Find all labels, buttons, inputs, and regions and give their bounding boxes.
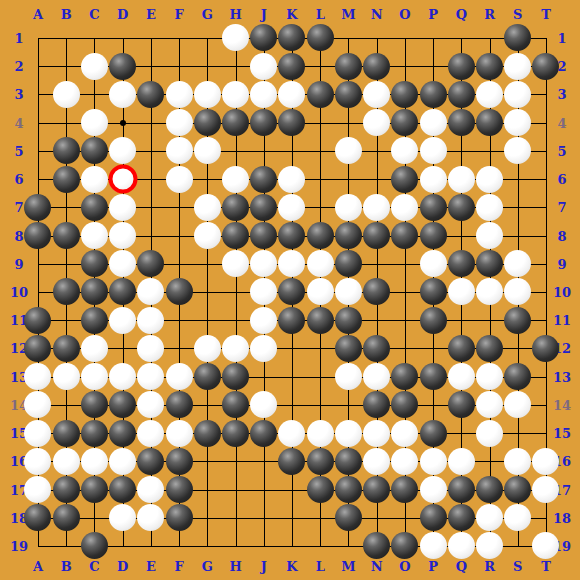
point-O13[interactable]	[391, 363, 419, 391]
point-S5[interactable]	[504, 137, 532, 165]
point-P19[interactable]	[419, 532, 447, 560]
point-R18[interactable]	[475, 504, 503, 532]
point-D2[interactable]	[109, 52, 137, 80]
point-H15[interactable]	[221, 419, 249, 447]
point-N14[interactable]	[363, 391, 391, 419]
point-P4[interactable]	[419, 109, 447, 137]
point-H17[interactable]	[221, 475, 249, 503]
point-P10[interactable]	[419, 278, 447, 306]
point-H4[interactable]	[221, 109, 249, 137]
point-D7[interactable]	[109, 193, 137, 221]
point-D3[interactable]	[109, 80, 137, 108]
point-M3[interactable]	[334, 80, 362, 108]
point-H1[interactable]	[221, 24, 249, 52]
point-F7[interactable]	[165, 193, 193, 221]
point-Q15[interactable]	[447, 419, 475, 447]
point-M9[interactable]	[334, 250, 362, 278]
point-K9[interactable]	[278, 250, 306, 278]
point-M19[interactable]	[334, 532, 362, 560]
point-O11[interactable]	[391, 306, 419, 334]
point-M4[interactable]	[334, 109, 362, 137]
point-Q7[interactable]	[447, 193, 475, 221]
point-Q1[interactable]	[447, 24, 475, 52]
point-A9[interactable]	[24, 250, 52, 278]
point-E6[interactable]	[137, 165, 165, 193]
point-K19[interactable]	[278, 532, 306, 560]
point-G12[interactable]	[193, 334, 221, 362]
point-E8[interactable]	[137, 221, 165, 249]
point-T9[interactable]	[532, 250, 560, 278]
point-T11[interactable]	[532, 306, 560, 334]
point-B14[interactable]	[52, 391, 80, 419]
point-B9[interactable]	[52, 250, 80, 278]
point-L10[interactable]	[306, 278, 334, 306]
point-S1[interactable]	[504, 24, 532, 52]
point-H12[interactable]	[221, 334, 249, 362]
point-D19[interactable]	[109, 532, 137, 560]
point-A1[interactable]	[24, 24, 52, 52]
point-G4[interactable]	[193, 109, 221, 137]
point-R11[interactable]	[475, 306, 503, 334]
point-K5[interactable]	[278, 137, 306, 165]
point-D16[interactable]	[109, 447, 137, 475]
point-E18[interactable]	[137, 504, 165, 532]
point-F1[interactable]	[165, 24, 193, 52]
point-F16[interactable]	[165, 447, 193, 475]
point-H16[interactable]	[221, 447, 249, 475]
point-E12[interactable]	[137, 334, 165, 362]
point-T13[interactable]	[532, 363, 560, 391]
point-T14[interactable]	[532, 391, 560, 419]
point-A8[interactable]	[24, 221, 52, 249]
point-D8[interactable]	[109, 221, 137, 249]
point-O10[interactable]	[391, 278, 419, 306]
point-K17[interactable]	[278, 475, 306, 503]
point-F19[interactable]	[165, 532, 193, 560]
point-K10[interactable]	[278, 278, 306, 306]
point-F11[interactable]	[165, 306, 193, 334]
point-N6[interactable]	[363, 165, 391, 193]
point-D17[interactable]	[109, 475, 137, 503]
point-G1[interactable]	[193, 24, 221, 52]
point-K14[interactable]	[278, 391, 306, 419]
point-O15[interactable]	[391, 419, 419, 447]
point-M15[interactable]	[334, 419, 362, 447]
point-N19[interactable]	[363, 532, 391, 560]
point-T4[interactable]	[532, 109, 560, 137]
point-G2[interactable]	[193, 52, 221, 80]
point-D4[interactable]	[109, 109, 137, 137]
point-E2[interactable]	[137, 52, 165, 80]
point-R12[interactable]	[475, 334, 503, 362]
point-B1[interactable]	[52, 24, 80, 52]
point-E16[interactable]	[137, 447, 165, 475]
point-T19[interactable]	[532, 532, 560, 560]
point-P2[interactable]	[419, 52, 447, 80]
point-C13[interactable]	[80, 363, 108, 391]
point-S14[interactable]	[504, 391, 532, 419]
point-F3[interactable]	[165, 80, 193, 108]
point-B12[interactable]	[52, 334, 80, 362]
point-H8[interactable]	[221, 221, 249, 249]
point-M10[interactable]	[334, 278, 362, 306]
point-K13[interactable]	[278, 363, 306, 391]
point-B8[interactable]	[52, 221, 80, 249]
point-J12[interactable]	[250, 334, 278, 362]
point-S4[interactable]	[504, 109, 532, 137]
point-F18[interactable]	[165, 504, 193, 532]
point-F13[interactable]	[165, 363, 193, 391]
point-D1[interactable]	[109, 24, 137, 52]
point-G16[interactable]	[193, 447, 221, 475]
point-G10[interactable]	[193, 278, 221, 306]
point-N10[interactable]	[363, 278, 391, 306]
point-D10[interactable]	[109, 278, 137, 306]
point-C14[interactable]	[80, 391, 108, 419]
point-T3[interactable]	[532, 80, 560, 108]
point-E1[interactable]	[137, 24, 165, 52]
point-F5[interactable]	[165, 137, 193, 165]
point-P9[interactable]	[419, 250, 447, 278]
point-P14[interactable]	[419, 391, 447, 419]
point-K8[interactable]	[278, 221, 306, 249]
point-P3[interactable]	[419, 80, 447, 108]
point-L17[interactable]	[306, 475, 334, 503]
point-N2[interactable]	[363, 52, 391, 80]
point-L19[interactable]	[306, 532, 334, 560]
point-K3[interactable]	[278, 80, 306, 108]
point-R14[interactable]	[475, 391, 503, 419]
point-Q13[interactable]	[447, 363, 475, 391]
point-P8[interactable]	[419, 221, 447, 249]
point-H2[interactable]	[221, 52, 249, 80]
point-J2[interactable]	[250, 52, 278, 80]
point-T15[interactable]	[532, 419, 560, 447]
point-C18[interactable]	[80, 504, 108, 532]
point-S11[interactable]	[504, 306, 532, 334]
point-Q5[interactable]	[447, 137, 475, 165]
point-H14[interactable]	[221, 391, 249, 419]
point-E5[interactable]	[137, 137, 165, 165]
point-S8[interactable]	[504, 221, 532, 249]
point-F17[interactable]	[165, 475, 193, 503]
point-Q19[interactable]	[447, 532, 475, 560]
point-O14[interactable]	[391, 391, 419, 419]
point-K15[interactable]	[278, 419, 306, 447]
point-G19[interactable]	[193, 532, 221, 560]
point-N18[interactable]	[363, 504, 391, 532]
point-P11[interactable]	[419, 306, 447, 334]
point-Q17[interactable]	[447, 475, 475, 503]
point-C11[interactable]	[80, 306, 108, 334]
point-L12[interactable]	[306, 334, 334, 362]
point-L18[interactable]	[306, 504, 334, 532]
point-Q11[interactable]	[447, 306, 475, 334]
point-B2[interactable]	[52, 52, 80, 80]
point-K12[interactable]	[278, 334, 306, 362]
point-D12[interactable]	[109, 334, 137, 362]
point-R13[interactable]	[475, 363, 503, 391]
point-B15[interactable]	[52, 419, 80, 447]
point-A15[interactable]	[24, 419, 52, 447]
point-A3[interactable]	[24, 80, 52, 108]
point-L15[interactable]	[306, 419, 334, 447]
point-K7[interactable]	[278, 193, 306, 221]
point-J4[interactable]	[250, 109, 278, 137]
point-R9[interactable]	[475, 250, 503, 278]
point-G8[interactable]	[193, 221, 221, 249]
point-P1[interactable]	[419, 24, 447, 52]
point-N15[interactable]	[363, 419, 391, 447]
point-A14[interactable]	[24, 391, 52, 419]
point-J7[interactable]	[250, 193, 278, 221]
point-K11[interactable]	[278, 306, 306, 334]
point-J14[interactable]	[250, 391, 278, 419]
point-N4[interactable]	[363, 109, 391, 137]
point-H10[interactable]	[221, 278, 249, 306]
point-O7[interactable]	[391, 193, 419, 221]
point-M5[interactable]	[334, 137, 362, 165]
point-A2[interactable]	[24, 52, 52, 80]
point-H18[interactable]	[221, 504, 249, 532]
point-M18[interactable]	[334, 504, 362, 532]
point-F14[interactable]	[165, 391, 193, 419]
point-A4[interactable]	[24, 109, 52, 137]
point-A16[interactable]	[24, 447, 52, 475]
point-J19[interactable]	[250, 532, 278, 560]
point-N8[interactable]	[363, 221, 391, 249]
point-J16[interactable]	[250, 447, 278, 475]
point-J6[interactable]	[250, 165, 278, 193]
point-N1[interactable]	[363, 24, 391, 52]
point-J3[interactable]	[250, 80, 278, 108]
point-R17[interactable]	[475, 475, 503, 503]
point-O8[interactable]	[391, 221, 419, 249]
point-S6[interactable]	[504, 165, 532, 193]
point-N17[interactable]	[363, 475, 391, 503]
point-B17[interactable]	[52, 475, 80, 503]
point-P7[interactable]	[419, 193, 447, 221]
point-A13[interactable]	[24, 363, 52, 391]
point-E7[interactable]	[137, 193, 165, 221]
point-F15[interactable]	[165, 419, 193, 447]
point-M13[interactable]	[334, 363, 362, 391]
point-S17[interactable]	[504, 475, 532, 503]
point-B19[interactable]	[52, 532, 80, 560]
point-N7[interactable]	[363, 193, 391, 221]
point-P5[interactable]	[419, 137, 447, 165]
point-G17[interactable]	[193, 475, 221, 503]
point-J10[interactable]	[250, 278, 278, 306]
point-Q10[interactable]	[447, 278, 475, 306]
point-N13[interactable]	[363, 363, 391, 391]
point-T18[interactable]	[532, 504, 560, 532]
point-J18[interactable]	[250, 504, 278, 532]
point-H19[interactable]	[221, 532, 249, 560]
point-C4[interactable]	[80, 109, 108, 137]
point-S3[interactable]	[504, 80, 532, 108]
point-J1[interactable]	[250, 24, 278, 52]
point-A6[interactable]	[24, 165, 52, 193]
point-J17[interactable]	[250, 475, 278, 503]
point-C17[interactable]	[80, 475, 108, 503]
point-L8[interactable]	[306, 221, 334, 249]
point-M17[interactable]	[334, 475, 362, 503]
point-R5[interactable]	[475, 137, 503, 165]
point-R6[interactable]	[475, 165, 503, 193]
point-C7[interactable]	[80, 193, 108, 221]
point-T12[interactable]	[532, 334, 560, 362]
point-J9[interactable]	[250, 250, 278, 278]
point-S10[interactable]	[504, 278, 532, 306]
point-G11[interactable]	[193, 306, 221, 334]
point-F8[interactable]	[165, 221, 193, 249]
point-M1[interactable]	[334, 24, 362, 52]
point-G15[interactable]	[193, 419, 221, 447]
point-P16[interactable]	[419, 447, 447, 475]
point-D11[interactable]	[109, 306, 137, 334]
point-E10[interactable]	[137, 278, 165, 306]
point-B10[interactable]	[52, 278, 80, 306]
point-R16[interactable]	[475, 447, 503, 475]
point-C12[interactable]	[80, 334, 108, 362]
point-K4[interactable]	[278, 109, 306, 137]
point-S15[interactable]	[504, 419, 532, 447]
point-M11[interactable]	[334, 306, 362, 334]
point-J13[interactable]	[250, 363, 278, 391]
point-H7[interactable]	[221, 193, 249, 221]
point-C9[interactable]	[80, 250, 108, 278]
point-G3[interactable]	[193, 80, 221, 108]
point-Q18[interactable]	[447, 504, 475, 532]
point-E4[interactable]	[137, 109, 165, 137]
point-R1[interactable]	[475, 24, 503, 52]
point-T10[interactable]	[532, 278, 560, 306]
point-P13[interactable]	[419, 363, 447, 391]
point-C2[interactable]	[80, 52, 108, 80]
point-B6[interactable]	[52, 165, 80, 193]
point-O4[interactable]	[391, 109, 419, 137]
point-D15[interactable]	[109, 419, 137, 447]
point-J11[interactable]	[250, 306, 278, 334]
point-H13[interactable]	[221, 363, 249, 391]
point-L3[interactable]	[306, 80, 334, 108]
point-B7[interactable]	[52, 193, 80, 221]
point-B5[interactable]	[52, 137, 80, 165]
point-H9[interactable]	[221, 250, 249, 278]
point-S2[interactable]	[504, 52, 532, 80]
point-A17[interactable]	[24, 475, 52, 503]
point-G18[interactable]	[193, 504, 221, 532]
point-B16[interactable]	[52, 447, 80, 475]
point-L16[interactable]	[306, 447, 334, 475]
point-H6[interactable]	[221, 165, 249, 193]
point-T16[interactable]	[532, 447, 560, 475]
point-R10[interactable]	[475, 278, 503, 306]
point-Q9[interactable]	[447, 250, 475, 278]
point-S13[interactable]	[504, 363, 532, 391]
point-M6[interactable]	[334, 165, 362, 193]
point-D9[interactable]	[109, 250, 137, 278]
point-S16[interactable]	[504, 447, 532, 475]
point-T8[interactable]	[532, 221, 560, 249]
point-M12[interactable]	[334, 334, 362, 362]
point-E11[interactable]	[137, 306, 165, 334]
point-J5[interactable]	[250, 137, 278, 165]
point-R19[interactable]	[475, 532, 503, 560]
point-B18[interactable]	[52, 504, 80, 532]
point-F2[interactable]	[165, 52, 193, 80]
point-J8[interactable]	[250, 221, 278, 249]
point-L1[interactable]	[306, 24, 334, 52]
point-R7[interactable]	[475, 193, 503, 221]
point-F6[interactable]	[165, 165, 193, 193]
point-R2[interactable]	[475, 52, 503, 80]
point-S12[interactable]	[504, 334, 532, 362]
point-H3[interactable]	[221, 80, 249, 108]
point-O2[interactable]	[391, 52, 419, 80]
point-G7[interactable]	[193, 193, 221, 221]
point-T5[interactable]	[532, 137, 560, 165]
point-M14[interactable]	[334, 391, 362, 419]
point-T1[interactable]	[532, 24, 560, 52]
point-L9[interactable]	[306, 250, 334, 278]
point-P6[interactable]	[419, 165, 447, 193]
point-E9[interactable]	[137, 250, 165, 278]
point-A10[interactable]	[24, 278, 52, 306]
point-S7[interactable]	[504, 193, 532, 221]
point-N9[interactable]	[363, 250, 391, 278]
point-L7[interactable]	[306, 193, 334, 221]
point-O12[interactable]	[391, 334, 419, 362]
point-C19[interactable]	[80, 532, 108, 560]
point-G6[interactable]	[193, 165, 221, 193]
point-E15[interactable]	[137, 419, 165, 447]
point-S18[interactable]	[504, 504, 532, 532]
point-E14[interactable]	[137, 391, 165, 419]
point-Q6[interactable]	[447, 165, 475, 193]
point-L5[interactable]	[306, 137, 334, 165]
point-D18[interactable]	[109, 504, 137, 532]
point-N5[interactable]	[363, 137, 391, 165]
point-A19[interactable]	[24, 532, 52, 560]
point-A11[interactable]	[24, 306, 52, 334]
point-P15[interactable]	[419, 419, 447, 447]
point-K1[interactable]	[278, 24, 306, 52]
point-L11[interactable]	[306, 306, 334, 334]
point-C1[interactable]	[80, 24, 108, 52]
point-A5[interactable]	[24, 137, 52, 165]
point-Q8[interactable]	[447, 221, 475, 249]
point-K18[interactable]	[278, 504, 306, 532]
point-M16[interactable]	[334, 447, 362, 475]
point-Q14[interactable]	[447, 391, 475, 419]
point-P12[interactable]	[419, 334, 447, 362]
point-N16[interactable]	[363, 447, 391, 475]
point-L4[interactable]	[306, 109, 334, 137]
point-R4[interactable]	[475, 109, 503, 137]
point-A12[interactable]	[24, 334, 52, 362]
point-F9[interactable]	[165, 250, 193, 278]
point-M7[interactable]	[334, 193, 362, 221]
point-N11[interactable]	[363, 306, 391, 334]
point-O17[interactable]	[391, 475, 419, 503]
point-L14[interactable]	[306, 391, 334, 419]
point-L13[interactable]	[306, 363, 334, 391]
point-G14[interactable]	[193, 391, 221, 419]
point-G9[interactable]	[193, 250, 221, 278]
point-R3[interactable]	[475, 80, 503, 108]
